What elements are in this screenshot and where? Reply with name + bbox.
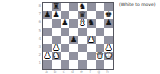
rank-label-1: 1 <box>35 59 41 67</box>
square-d8[interactable] <box>69 3 78 11</box>
square-g3[interactable] <box>96 44 105 52</box>
square-d7[interactable] <box>69 11 78 19</box>
rank-label-4: 4 <box>35 35 41 43</box>
square-f2[interactable] <box>87 52 96 60</box>
square-d5[interactable] <box>69 28 78 36</box>
square-d1[interactable] <box>69 60 78 68</box>
file-label-g: g <box>95 69 104 74</box>
square-g1[interactable] <box>96 60 105 68</box>
square-c2[interactable] <box>61 52 70 60</box>
square-a5[interactable] <box>43 28 52 36</box>
square-d6[interactable] <box>69 19 78 27</box>
square-h1[interactable] <box>104 60 113 68</box>
file-label-d: d <box>68 69 77 74</box>
square-f8[interactable] <box>87 3 96 11</box>
square-a8[interactable] <box>43 3 52 11</box>
square-a7[interactable]: ♟ <box>43 11 52 19</box>
piece-white-pawn: ♟ <box>53 44 60 52</box>
piece-black-pawn: ♟ <box>61 19 68 27</box>
piece-white-pawn: ♟ <box>105 44 112 52</box>
side-to-move-note: (White to move) <box>119 2 156 7</box>
piece-white-bishop: ♝ <box>79 19 86 27</box>
square-h7[interactable]: ♚ <box>104 11 113 19</box>
file-label-f: f <box>86 69 95 74</box>
square-e1[interactable] <box>78 60 87 68</box>
square-a4[interactable] <box>43 36 52 44</box>
square-f6[interactable]: ♞ <box>87 19 96 27</box>
rank-label-3: 3 <box>35 43 41 51</box>
square-f4[interactable]: ♟ <box>87 36 96 44</box>
square-c4[interactable] <box>61 36 70 44</box>
square-f7[interactable] <box>87 11 96 19</box>
square-c6[interactable]: ♟ <box>61 19 70 27</box>
square-c5[interactable] <box>61 28 70 36</box>
piece-black-pawn: ♟ <box>44 11 51 19</box>
square-e2[interactable] <box>78 52 87 60</box>
rank-label-2: 2 <box>35 51 41 59</box>
square-h4[interactable] <box>104 36 113 44</box>
square-b4[interactable] <box>52 36 61 44</box>
file-label-b: b <box>51 69 60 74</box>
file-labels: abcdefgh <box>42 69 112 74</box>
square-e5[interactable] <box>78 28 87 36</box>
square-b3[interactable]: ♟ <box>52 44 61 52</box>
piece-white-pawn: ♟ <box>44 52 51 60</box>
square-b5[interactable] <box>52 28 61 36</box>
square-c1[interactable] <box>61 60 70 68</box>
file-label-a: a <box>42 69 51 74</box>
square-e3[interactable] <box>78 44 87 52</box>
square-d3[interactable] <box>69 44 78 52</box>
square-c8[interactable] <box>61 3 70 11</box>
square-e7[interactable]: ♛ <box>78 11 87 19</box>
piece-black-pawn: ♟ <box>53 11 60 19</box>
rank-label-5: 5 <box>35 27 41 35</box>
square-a6[interactable] <box>43 19 52 27</box>
square-g8[interactable] <box>96 3 105 11</box>
file-label-e: e <box>77 69 86 74</box>
piece-black-queen: ♛ <box>79 11 86 19</box>
square-d2[interactable] <box>69 52 78 60</box>
file-label-h: h <box>103 69 112 74</box>
rank-label-7: 7 <box>35 10 41 18</box>
square-b6[interactable] <box>52 19 61 27</box>
square-e6[interactable]: ♝ <box>78 19 87 27</box>
piece-black-knight: ♞ <box>88 19 95 27</box>
square-a1[interactable] <box>43 60 52 68</box>
square-b7[interactable]: ♟ <box>52 11 61 19</box>
square-g5[interactable] <box>96 28 105 36</box>
piece-white-king: ♚ <box>105 52 112 60</box>
rank-label-6: 6 <box>35 18 41 26</box>
square-f1[interactable] <box>87 60 96 68</box>
piece-white-knight: ♞ <box>53 52 60 60</box>
rank-label-8: 8 <box>35 2 41 10</box>
piece-black-king: ♚ <box>105 11 112 19</box>
square-b8[interactable]: ♜ <box>52 3 61 11</box>
piece-black-pawn: ♟ <box>70 36 77 44</box>
square-h6[interactable]: ♟ <box>104 19 113 27</box>
piece-white-queen: ♛ <box>96 52 103 60</box>
square-g6[interactable] <box>96 19 105 27</box>
square-c3[interactable] <box>61 44 70 52</box>
square-a2[interactable]: ♟ <box>43 52 52 60</box>
piece-black-knight: ♞ <box>79 3 86 11</box>
chess-diagram: 87654321 ♜♞♟♟♛♚♟♝♞♟♟♟♟♟♟♞♛♚ abcdefgh (Wh… <box>0 0 160 74</box>
square-a3[interactable] <box>43 44 52 52</box>
square-b1[interactable] <box>52 60 61 68</box>
square-h3[interactable]: ♟ <box>104 44 113 52</box>
square-h2[interactable]: ♚ <box>104 52 113 60</box>
chess-board: ♜♞♟♟♛♚♟♝♞♟♟♟♟♟♟♞♛♚ <box>42 2 114 70</box>
square-h8[interactable] <box>104 3 113 11</box>
rank-labels: 87654321 <box>35 2 41 68</box>
square-c7[interactable] <box>61 11 70 19</box>
square-e4[interactable] <box>78 36 87 44</box>
piece-black-rook: ♜ <box>53 3 60 11</box>
square-e8[interactable]: ♞ <box>78 3 87 11</box>
piece-white-pawn: ♟ <box>88 36 95 44</box>
square-f3[interactable] <box>87 44 96 52</box>
piece-black-pawn: ♟ <box>105 19 112 27</box>
square-d4[interactable]: ♟ <box>69 36 78 44</box>
file-label-c: c <box>60 69 69 74</box>
square-g7[interactable] <box>96 11 105 19</box>
square-b2[interactable]: ♞ <box>52 52 61 60</box>
square-f5[interactable] <box>87 28 96 36</box>
square-g4[interactable] <box>96 36 105 44</box>
square-h5[interactable] <box>104 28 113 36</box>
square-g2[interactable]: ♛ <box>96 52 105 60</box>
